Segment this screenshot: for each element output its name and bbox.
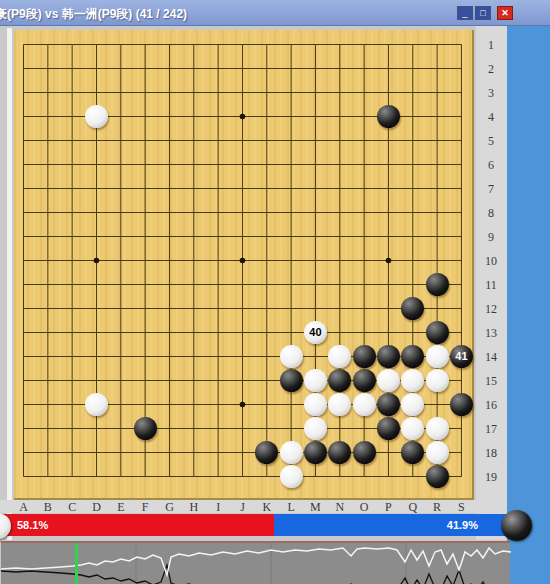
row-label-16: 16 xyxy=(479,398,503,413)
close-button[interactable]: ✕ xyxy=(497,6,513,20)
white-stone-L19[interactable] xyxy=(280,465,303,488)
row-coordinates: 12345678910111213141516171819 xyxy=(476,26,507,540)
black-stone-P14[interactable] xyxy=(377,345,400,368)
black-stone-P4[interactable] xyxy=(377,105,400,128)
white-stone-R17[interactable] xyxy=(426,417,449,440)
black-stone-O18[interactable] xyxy=(353,441,376,464)
maximize-button[interactable]: □ xyxy=(475,6,491,20)
black-stone-S14[interactable]: 41 xyxy=(450,345,473,368)
row-label-5: 5 xyxy=(479,134,503,149)
star-point xyxy=(94,258,100,264)
black-stone-O15[interactable] xyxy=(353,369,376,392)
black-stone-S16[interactable] xyxy=(450,393,473,416)
winrate-bar: 58.1% 41.9% xyxy=(0,513,507,538)
white-stone-L18[interactable] xyxy=(280,441,303,464)
star-point xyxy=(240,258,246,264)
app-window: 豪(P9段) vs 韩一洲(P9段) (41 / 242) _ □ ✕ 4041… xyxy=(0,0,550,584)
white-stone-D4[interactable] xyxy=(85,105,108,128)
black-stone-icon xyxy=(501,510,532,541)
winrate-left-value: 58.1% xyxy=(17,519,48,531)
row-label-15: 15 xyxy=(479,374,503,389)
black-stone-P16[interactable] xyxy=(377,393,400,416)
star-point xyxy=(386,258,392,264)
black-stone-R11[interactable] xyxy=(426,273,449,296)
row-label-9: 9 xyxy=(479,230,503,245)
white-stone-R14[interactable] xyxy=(426,345,449,368)
row-label-19: 19 xyxy=(479,470,503,485)
white-stone-P15[interactable] xyxy=(377,369,400,392)
black-stone-P17[interactable] xyxy=(377,417,400,440)
row-label-4: 4 xyxy=(479,110,503,125)
winrate-graph[interactable] xyxy=(0,541,510,584)
row-label-12: 12 xyxy=(479,302,503,317)
board-panel: 4041 12345678910111213141516171819 ABCDE… xyxy=(0,26,507,584)
white-stone-O16[interactable] xyxy=(353,393,376,416)
black-stone-O14[interactable] xyxy=(353,345,376,368)
white-stone-D16[interactable] xyxy=(85,393,108,416)
row-label-14: 14 xyxy=(479,350,503,365)
black-stone-L15[interactable] xyxy=(280,369,303,392)
white-stone-L14[interactable] xyxy=(280,345,303,368)
star-point xyxy=(240,114,246,120)
black-stone-F17[interactable] xyxy=(134,417,157,440)
minimize-button[interactable]: _ xyxy=(457,6,473,20)
window-edge-highlight xyxy=(7,28,12,540)
black-stone-R13[interactable] xyxy=(426,321,449,344)
white-stone-M16[interactable] xyxy=(304,393,327,416)
row-label-10: 10 xyxy=(479,254,503,269)
white-stone-R15[interactable] xyxy=(426,369,449,392)
column-coordinates: ABCDEFGHIJKLMNOPQRS xyxy=(0,500,476,513)
row-label-7: 7 xyxy=(479,182,503,197)
title-bar[interactable]: 豪(P9段) vs 韩一洲(P9段) (41 / 242) _ □ ✕ xyxy=(0,0,550,26)
window-title: 豪(P9段) vs 韩一洲(P9段) (41 / 242) xyxy=(0,6,187,23)
black-stone-R19[interactable] xyxy=(426,465,449,488)
row-label-2: 2 xyxy=(479,62,503,77)
white-stone-R18[interactable] xyxy=(426,441,449,464)
row-label-11: 11 xyxy=(479,278,503,293)
row-label-8: 8 xyxy=(479,206,503,221)
row-label-17: 17 xyxy=(479,422,503,437)
winrate-right-value: 41.9% xyxy=(400,519,478,531)
row-label-18: 18 xyxy=(479,446,503,461)
white-stone-M15[interactable] xyxy=(304,369,327,392)
row-label-1: 1 xyxy=(479,38,503,53)
white-stone-M13[interactable]: 40 xyxy=(304,321,327,344)
go-board[interactable]: 4041 xyxy=(14,30,474,500)
star-point xyxy=(240,402,246,408)
row-label-13: 13 xyxy=(479,326,503,341)
current-move-marker[interactable] xyxy=(75,543,78,584)
row-label-6: 6 xyxy=(479,158,503,173)
black-stone-M18[interactable] xyxy=(304,441,327,464)
row-label-3: 3 xyxy=(479,86,503,101)
white-stone-M17[interactable] xyxy=(304,417,327,440)
